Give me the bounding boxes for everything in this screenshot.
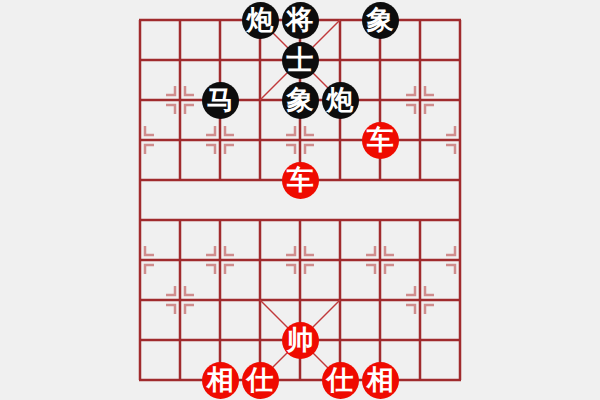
piece-red-chariot[interactable]: 车 [282,162,319,199]
piece-red-advisor[interactable]: 仕 [322,362,359,399]
pieces-layer: 炮将象士马象炮车车帅相仕仕相 [0,0,600,400]
piece-black-elephant[interactable]: 象 [282,82,319,119]
piece-black-cannon[interactable]: 炮 [242,2,279,39]
piece-red-elephant[interactable]: 相 [362,362,399,399]
piece-red-advisor[interactable]: 仕 [242,362,279,399]
piece-black-general[interactable]: 将 [282,2,319,39]
piece-red-chariot[interactable]: 车 [362,122,399,159]
piece-red-general[interactable]: 帅 [282,322,319,359]
piece-red-elephant[interactable]: 相 [202,362,239,399]
piece-black-horse[interactable]: 马 [202,82,239,119]
piece-black-cannon[interactable]: 炮 [322,82,359,119]
piece-black-elephant[interactable]: 象 [362,2,399,39]
xiangqi-app: 炮将象士马象炮车车帅相仕仕相 [0,0,600,400]
piece-black-advisor[interactable]: 士 [282,42,319,79]
